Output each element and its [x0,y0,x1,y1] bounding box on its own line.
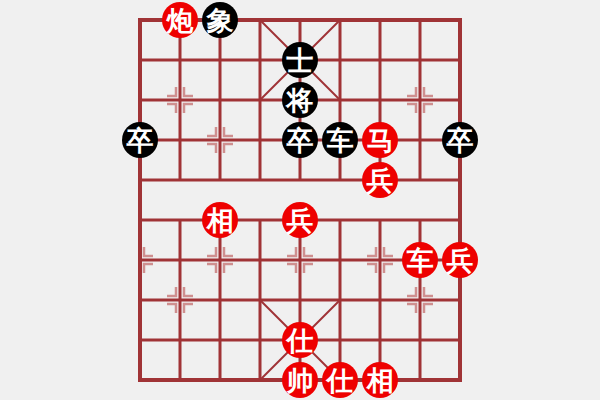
piece-black-elephant[interactable]: 象 [202,2,238,38]
piece-red-rook[interactable]: 车 [402,242,438,278]
piece-red-elephant[interactable]: 相 [362,362,398,398]
piece-black-advisor[interactable]: 士 [282,42,318,78]
piece-red-horse[interactable]: 马 [362,122,398,158]
piece-red-elephant[interactable]: 相 [202,202,238,238]
piece-black-king[interactable]: 将 [282,82,318,118]
piece-red-pawn[interactable]: 兵 [362,162,398,198]
pieces-layer: 炮象士将卒卒车马卒兵相兵车兵仕帅仕相 [120,0,480,400]
piece-red-pawn[interactable]: 兵 [282,202,318,238]
piece-red-pawn[interactable]: 兵 [442,242,478,278]
piece-red-cannon[interactable]: 炮 [162,2,198,38]
piece-black-pawn[interactable]: 卒 [282,122,318,158]
piece-black-rook[interactable]: 车 [322,122,358,158]
piece-black-pawn[interactable]: 卒 [122,122,158,158]
piece-red-advisor[interactable]: 仕 [282,322,318,358]
piece-red-advisor[interactable]: 仕 [322,362,358,398]
piece-black-pawn[interactable]: 卒 [442,122,478,158]
xiangqi-board: 炮象士将卒卒车马卒兵相兵车兵仕帅仕相 [0,0,600,400]
piece-red-king[interactable]: 帅 [282,362,318,398]
